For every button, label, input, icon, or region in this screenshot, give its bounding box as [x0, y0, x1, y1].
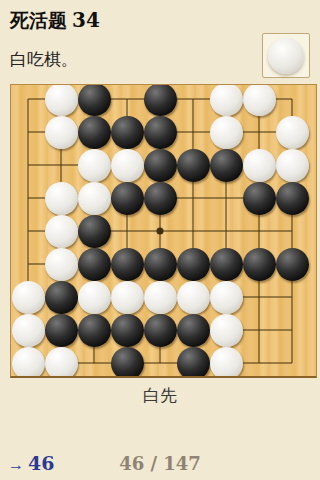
white-stone: ○ — [45, 215, 78, 248]
white-stone: ○ — [12, 347, 45, 379]
turn-indicator — [262, 33, 310, 78]
footer-bar: → 46 46 / 147 — [0, 452, 320, 478]
white-stone: ○ — [45, 84, 78, 116]
go-board[interactable]: ○●●○○○●●●○○○○●●●○○○○●●●●○●○●●●●●●●○●○○○○… — [10, 84, 317, 378]
black-stone: ● — [276, 182, 309, 215]
white-stone: ○ — [210, 347, 243, 379]
white-stone: ○ — [45, 248, 78, 281]
black-stone: ● — [177, 149, 210, 182]
progress-indicator: 46 / 147 — [0, 453, 320, 474]
black-stone: ● — [144, 314, 177, 347]
black-stone: ● — [78, 116, 111, 149]
white-stone: ○ — [210, 281, 243, 314]
white-stone: ○ — [276, 149, 309, 182]
white-stone: ○ — [45, 347, 78, 379]
black-stone: ● — [78, 84, 111, 116]
black-stone: ● — [45, 314, 78, 347]
black-stone: ● — [144, 248, 177, 281]
page-title: 死活题 34 — [10, 8, 100, 34]
black-stone: ● — [45, 281, 78, 314]
white-stone: ○ — [243, 84, 276, 116]
white-stone: ○ — [210, 84, 243, 116]
white-stone: ○ — [276, 116, 309, 149]
white-stone-icon — [268, 38, 304, 74]
black-stone: ● — [276, 248, 309, 281]
black-stone: ● — [78, 314, 111, 347]
black-stone: ● — [144, 149, 177, 182]
white-stone: ○ — [12, 314, 45, 347]
white-stone: ○ — [45, 116, 78, 149]
black-stone: ● — [243, 248, 276, 281]
app-screen: 死活题 34 白吃棋。 ○●●○○○●●●○○○○●●●○○○○●●●●○●○●… — [0, 0, 320, 480]
black-stone: ● — [111, 116, 144, 149]
black-stone: ● — [177, 314, 210, 347]
black-stone: ● — [144, 84, 177, 116]
black-stone: ● — [210, 149, 243, 182]
black-stone: ● — [78, 215, 111, 248]
white-stone: ○ — [177, 281, 210, 314]
white-stone: ○ — [144, 281, 177, 314]
white-stone: ○ — [45, 182, 78, 215]
black-stone: ● — [144, 116, 177, 149]
black-stone: ● — [111, 347, 144, 379]
black-stone: ● — [111, 314, 144, 347]
white-stone: ○ — [78, 182, 111, 215]
black-stone: ● — [111, 248, 144, 281]
title-label: 死活题 — [10, 8, 67, 34]
black-stone: ● — [78, 248, 111, 281]
white-stone: ○ — [78, 149, 111, 182]
white-stone: ○ — [78, 281, 111, 314]
board-caption: 白先 — [0, 384, 320, 407]
black-stone: ● — [177, 248, 210, 281]
white-stone: ○ — [111, 149, 144, 182]
black-stone: ● — [243, 182, 276, 215]
problem-instruction: 白吃棋。 — [10, 48, 78, 71]
white-stone: ○ — [12, 281, 45, 314]
white-stone: ○ — [243, 149, 276, 182]
title-number: 34 — [72, 8, 100, 32]
black-stone: ● — [177, 347, 210, 379]
black-stone: ● — [144, 182, 177, 215]
black-stone: ● — [111, 182, 144, 215]
white-stone: ○ — [111, 281, 144, 314]
black-stone: ● — [210, 248, 243, 281]
white-stone: ○ — [210, 314, 243, 347]
white-stone: ○ — [210, 116, 243, 149]
